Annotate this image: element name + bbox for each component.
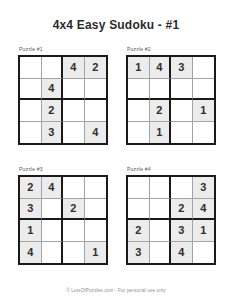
cell-r1c3 xyxy=(171,177,193,199)
cell-r3c3 xyxy=(171,100,193,122)
cell-r1c4: 2 xyxy=(85,57,107,79)
cell-r2c1 xyxy=(20,79,42,101)
cell-r1c3: 3 xyxy=(171,57,193,79)
cell-r4c4 xyxy=(193,242,215,264)
cell-r3c3: 3 xyxy=(171,220,193,242)
cell-r4c3 xyxy=(171,122,193,144)
cell-r3c4 xyxy=(85,220,107,242)
puzzle-block-3: Puzzle #3 2432141 xyxy=(18,166,110,265)
cell-r3c4 xyxy=(85,100,107,122)
cell-r2c1 xyxy=(128,79,150,101)
cell-r3c2 xyxy=(42,220,64,242)
cell-r3c1 xyxy=(128,100,150,122)
cell-r2c2 xyxy=(150,79,172,101)
sudoku-board-4: 32423134 xyxy=(126,175,216,265)
cell-r3c2 xyxy=(150,220,172,242)
cell-r3c4: 1 xyxy=(193,220,215,242)
cell-r2c3 xyxy=(63,79,85,101)
cell-r1c4 xyxy=(85,177,107,199)
cell-r2c3: 2 xyxy=(171,199,193,221)
cell-r4c4: 4 xyxy=(85,122,107,144)
cell-r4c1: 3 xyxy=(128,242,150,264)
cell-r4c3: 4 xyxy=(171,242,193,264)
cell-r1c2 xyxy=(42,57,64,79)
puzzle-label-1: Puzzle #1 xyxy=(19,46,110,52)
cell-r3c2: 2 xyxy=(150,100,172,122)
cell-r4c3 xyxy=(63,122,85,144)
cell-r2c4 xyxy=(85,79,107,101)
cell-r1c1 xyxy=(128,177,150,199)
cell-r1c3 xyxy=(63,177,85,199)
cell-r4c1: 4 xyxy=(20,242,42,264)
cell-r2c2 xyxy=(150,199,172,221)
cell-r2c1: 3 xyxy=(20,199,42,221)
cell-r1c1 xyxy=(20,57,42,79)
cell-r4c2 xyxy=(150,242,172,264)
cell-r1c1: 2 xyxy=(20,177,42,199)
puzzle-block-2: Puzzle #2 143211 xyxy=(126,46,218,145)
worksheet-page: 4x4 Easy Sudoku - #1 Puzzle #1 424234 Pu… xyxy=(0,0,232,300)
cell-r2c2 xyxy=(42,199,64,221)
cell-r2c3 xyxy=(171,79,193,101)
sudoku-board-3: 2432141 xyxy=(18,175,108,265)
cell-r1c4: 3 xyxy=(193,177,215,199)
cell-r2c4 xyxy=(193,79,215,101)
cell-r4c2 xyxy=(42,242,64,264)
cell-r4c1 xyxy=(20,122,42,144)
page-title: 4x4 Easy Sudoku - #1 xyxy=(0,18,232,32)
sudoku-board-2: 143211 xyxy=(126,55,216,145)
cell-r4c2: 1 xyxy=(150,122,172,144)
cell-r4c3 xyxy=(63,242,85,264)
cell-r3c3 xyxy=(63,220,85,242)
sudoku-board-1: 424234 xyxy=(18,55,108,145)
cell-r3c4: 1 xyxy=(193,100,215,122)
cell-r2c4 xyxy=(85,199,107,221)
puzzle-label-3: Puzzle #3 xyxy=(19,166,110,172)
cell-r3c1: 1 xyxy=(20,220,42,242)
cell-r1c3: 4 xyxy=(63,57,85,79)
cell-r1c2: 4 xyxy=(150,57,172,79)
cell-r4c4: 1 xyxy=(85,242,107,264)
cell-r2c3: 2 xyxy=(63,199,85,221)
cell-r4c2: 3 xyxy=(42,122,64,144)
cell-r3c1: 2 xyxy=(128,220,150,242)
cell-r2c1 xyxy=(128,199,150,221)
cell-r3c2: 2 xyxy=(42,100,64,122)
cell-r2c4: 4 xyxy=(193,199,215,221)
cell-r1c2: 4 xyxy=(42,177,64,199)
cell-r2c2: 4 xyxy=(42,79,64,101)
puzzle-block-1: Puzzle #1 424234 xyxy=(18,46,110,145)
cell-r1c4 xyxy=(193,57,215,79)
cell-r1c2 xyxy=(150,177,172,199)
puzzle-label-4: Puzzle #4 xyxy=(127,166,218,172)
cell-r3c1 xyxy=(20,100,42,122)
puzzle-block-4: Puzzle #4 32423134 xyxy=(126,166,218,265)
cell-r4c1 xyxy=(128,122,150,144)
cell-r3c3 xyxy=(63,100,85,122)
cell-r4c4 xyxy=(193,122,215,144)
footer-credit: © LotsOfPuzzles.com - For personal use o… xyxy=(0,288,232,293)
cell-r1c1: 1 xyxy=(128,57,150,79)
puzzle-label-2: Puzzle #2 xyxy=(127,46,218,52)
